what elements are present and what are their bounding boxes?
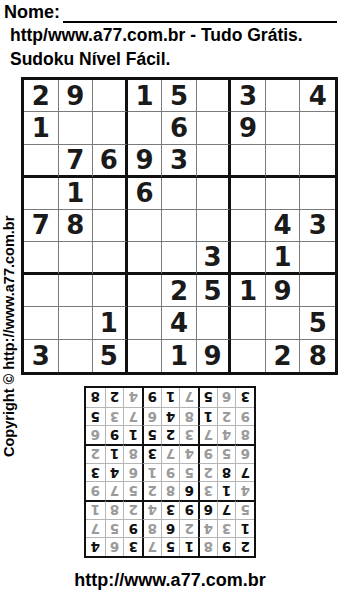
cell-r5c8[interactable]: 4 — [266, 210, 301, 242]
solution-cell-r4c1: 4 — [235, 481, 254, 500]
solution-cell-r3c4: 9 — [179, 500, 198, 519]
cell-r6c9[interactable] — [300, 242, 335, 275]
cell-r1c6[interactable] — [197, 80, 232, 112]
cell-r5c9[interactable]: 3 — [300, 210, 335, 242]
solution-cell-r5c3: 2 — [198, 463, 217, 482]
solution-cell-r6c2: 5 — [217, 444, 236, 463]
cell-r7c4[interactable] — [128, 275, 163, 307]
cell-r8c1[interactable] — [24, 307, 59, 339]
solution-cell-r7c5: 2 — [161, 425, 180, 444]
name-underline[interactable] — [63, 5, 337, 23]
cell-r5c3[interactable] — [93, 210, 128, 242]
cell-r7c3[interactable] — [93, 275, 128, 307]
solution-cell-r5c8: 4 — [105, 463, 124, 482]
cell-r3c6[interactable] — [197, 145, 232, 178]
solution-cell-r7c3: 7 — [198, 425, 217, 444]
solution-cell-r2c1: 1 — [235, 519, 254, 538]
cell-r5c7[interactable] — [231, 210, 266, 242]
solution-cell-r1c6: 7 — [142, 537, 161, 556]
solution-cell-r6c1: 6 — [235, 444, 254, 463]
cell-r1c4[interactable]: 1 — [128, 80, 163, 112]
cell-r1c2[interactable]: 9 — [59, 80, 94, 112]
cell-r1c7[interactable]: 3 — [231, 80, 266, 112]
cell-r7c7[interactable]: 1 — [231, 275, 266, 307]
solution-cell-r3c7: 2 — [123, 500, 142, 519]
cell-r9c7[interactable] — [231, 340, 266, 372]
solution-cell-r4c8: 7 — [105, 481, 124, 500]
cell-r4c3[interactable] — [93, 178, 128, 210]
solution-cell-r2c9: 7 — [86, 519, 105, 538]
cell-r8c9[interactable]: 5 — [300, 307, 335, 339]
site-header: http/www.a77.com.br - Tudo Grátis. — [10, 25, 303, 46]
cell-r4c5[interactable] — [162, 178, 197, 210]
cell-r5c1[interactable]: 7 — [24, 210, 59, 242]
sudoku-board: 2915341697693167843312519145351928 — [21, 77, 338, 375]
cell-r4c7[interactable] — [231, 178, 266, 210]
solution-cell-r8c2: 2 — [217, 407, 236, 426]
cell-r5c4[interactable] — [128, 210, 163, 242]
cell-r2c2[interactable] — [59, 112, 94, 144]
cell-r2c9[interactable] — [300, 112, 335, 144]
solution-cell-r3c6: 4 — [142, 500, 161, 519]
solution-cell-r2c6: 8 — [142, 519, 161, 538]
solution-cell-r2c8: 5 — [105, 519, 124, 538]
cell-r3c9[interactable] — [300, 145, 335, 178]
footer-url[interactable]: http://www.a77.com.br — [0, 570, 340, 591]
cell-r6c8[interactable]: 1 — [266, 242, 301, 275]
cell-r8c2[interactable] — [59, 307, 94, 339]
solution-cell-r8c7: 7 — [123, 407, 142, 426]
solution-cell-r7c6: 5 — [142, 425, 161, 444]
cell-r6c2[interactable] — [59, 242, 94, 275]
cell-r2c4[interactable] — [128, 112, 163, 144]
solution-board-wrap: 2981573641342689575769342814136825797825… — [84, 386, 256, 558]
solution-cell-r8c3: 1 — [198, 407, 217, 426]
cell-r6c3[interactable] — [93, 242, 128, 275]
cell-r6c7[interactable] — [231, 242, 266, 275]
cell-r9c3[interactable]: 5 — [93, 340, 128, 372]
solution-cell-r8c5: 4 — [161, 407, 180, 426]
solution-cell-r8c8: 3 — [105, 407, 124, 426]
cell-r9c2[interactable] — [59, 340, 94, 372]
solution-cell-r4c7: 5 — [123, 481, 142, 500]
cell-r7c6[interactable]: 5 — [197, 275, 232, 307]
cell-r7c8[interactable]: 9 — [266, 275, 301, 307]
cell-r9c8[interactable]: 2 — [266, 340, 301, 372]
solution-cell-r5c9: 3 — [86, 463, 105, 482]
solution-cell-r3c5: 3 — [161, 500, 180, 519]
solution-cell-r5c2: 8 — [217, 463, 236, 482]
cell-r8c3[interactable]: 1 — [93, 307, 128, 339]
cell-r2c8[interactable] — [266, 112, 301, 144]
cell-r8c6[interactable] — [197, 307, 232, 339]
solution-cell-r6c3: 9 — [198, 444, 217, 463]
solution-cell-r1c3: 8 — [198, 537, 217, 556]
cell-r9c4[interactable] — [128, 340, 163, 372]
cell-r3c8[interactable] — [266, 145, 301, 178]
cell-r9c5[interactable]: 1 — [162, 340, 197, 372]
solution-cell-r9c9: 8 — [86, 388, 105, 407]
solution-cell-r7c1: 8 — [235, 425, 254, 444]
cell-r5c6[interactable] — [197, 210, 232, 242]
sudoku-page: Nome: http/www.a77.com.br - Tudo Grátis.… — [0, 0, 340, 596]
solution-cell-r6c4: 4 — [179, 444, 198, 463]
solution-cell-r5c4: 5 — [179, 463, 198, 482]
solution-cell-r2c4: 2 — [179, 519, 198, 538]
solution-cell-r7c7: 1 — [123, 425, 142, 444]
solution-cell-r8c1: 9 — [235, 407, 254, 426]
cell-r3c2[interactable]: 7 — [59, 145, 94, 178]
solution-cell-r2c2: 3 — [217, 519, 236, 538]
cell-r3c5[interactable]: 3 — [162, 145, 197, 178]
solution-cell-r4c6: 2 — [142, 481, 161, 500]
solution-cell-r1c9: 4 — [86, 537, 105, 556]
solution-cell-r1c1: 2 — [235, 537, 254, 556]
cell-r3c3[interactable]: 6 — [93, 145, 128, 178]
solution-cell-r3c2: 7 — [217, 500, 236, 519]
solution-cell-r1c2: 9 — [217, 537, 236, 556]
cell-r6c6[interactable]: 3 — [197, 242, 232, 275]
solution-cell-r1c5: 5 — [161, 537, 180, 556]
name-label: Nome: — [4, 2, 60, 23]
solution-cell-r9c5: 1 — [161, 388, 180, 407]
solution-cell-r1c7: 3 — [123, 537, 142, 556]
solution-cell-r1c4: 1 — [179, 537, 198, 556]
cell-r1c1[interactable]: 2 — [24, 80, 59, 112]
solution-cell-r5c7: 6 — [123, 463, 142, 482]
solution-cell-r9c8: 2 — [105, 388, 124, 407]
cell-r9c1[interactable]: 3 — [24, 340, 59, 372]
cell-r9c9[interactable]: 8 — [300, 340, 335, 372]
name-row: Nome: — [4, 2, 337, 23]
solution-cell-r2c5: 6 — [161, 519, 180, 538]
cell-r3c4[interactable]: 9 — [128, 145, 163, 178]
solution-cell-r6c8: 1 — [105, 444, 124, 463]
solution-cell-r9c6: 9 — [142, 388, 161, 407]
solution-board-rotated: 2981573641342689575769342814136825797825… — [84, 386, 256, 558]
solution-cell-r5c6: 1 — [142, 463, 161, 482]
cell-r8c8[interactable] — [266, 307, 301, 339]
solution-cell-r7c2: 4 — [217, 425, 236, 444]
cell-r2c3[interactable] — [93, 112, 128, 144]
cell-r9c6[interactable]: 9 — [197, 340, 232, 372]
solution-cell-r9c2: 6 — [217, 388, 236, 407]
solution-cell-r4c3: 3 — [198, 481, 217, 500]
solution-cell-r7c8: 9 — [105, 425, 124, 444]
cell-r1c8[interactable] — [266, 80, 301, 112]
solution-cell-r3c3: 6 — [198, 500, 217, 519]
cell-r1c9[interactable]: 4 — [300, 80, 335, 112]
cell-r2c6[interactable] — [197, 112, 232, 144]
cell-r1c3[interactable] — [93, 80, 128, 112]
cell-r5c5[interactable] — [162, 210, 197, 242]
copyright-vertical: Copyright © http://www.a77.com.br — [1, 139, 17, 457]
solution-cell-r6c6: 3 — [142, 444, 161, 463]
solution-cell-r2c3: 4 — [198, 519, 217, 538]
cell-r3c1[interactable] — [24, 145, 59, 178]
solution-cell-r6c5: 7 — [161, 444, 180, 463]
solution-cell-r9c1: 3 — [235, 388, 254, 407]
solution-cell-r2c7: 9 — [123, 519, 142, 538]
solution-cell-r5c1: 7 — [235, 463, 254, 482]
cell-r6c1[interactable] — [24, 242, 59, 275]
cell-r7c2[interactable] — [59, 275, 94, 307]
solution-cell-r7c4: 3 — [179, 425, 198, 444]
cell-r8c7[interactable] — [231, 307, 266, 339]
solution-cell-r6c9: 2 — [86, 444, 105, 463]
cell-r7c1[interactable] — [24, 275, 59, 307]
cell-r7c9[interactable] — [300, 275, 335, 307]
cell-r4c1[interactable] — [24, 178, 59, 210]
solution-cell-r3c8: 8 — [105, 500, 124, 519]
cell-r8c4[interactable] — [128, 307, 163, 339]
solution-cell-r8c9: 5 — [86, 407, 105, 426]
puzzle-title: Sudoku Nível Fácil. — [10, 49, 170, 70]
solution-cell-r4c5: 8 — [161, 481, 180, 500]
cell-r8c5[interactable]: 4 — [162, 307, 197, 339]
solution-cell-r3c9: 1 — [86, 500, 105, 519]
solution-cell-r5c5: 9 — [161, 463, 180, 482]
cell-r6c5[interactable] — [162, 242, 197, 275]
solution-cell-r4c9: 9 — [86, 481, 105, 500]
solution-cell-r9c4: 7 — [179, 388, 198, 407]
cell-r5c2[interactable]: 8 — [59, 210, 94, 242]
solution-cell-r3c1: 5 — [235, 500, 254, 519]
cell-r1c5[interactable]: 5 — [162, 80, 197, 112]
cell-r4c4[interactable]: 6 — [128, 178, 163, 210]
cell-r2c1[interactable]: 1 — [24, 112, 59, 144]
cell-r2c7[interactable]: 9 — [231, 112, 266, 144]
cell-r4c2[interactable]: 1 — [59, 178, 94, 210]
cell-r4c9[interactable] — [300, 178, 335, 210]
solution-cell-r6c7: 8 — [123, 444, 142, 463]
solution-cell-r8c6: 6 — [142, 407, 161, 426]
cell-r2c5[interactable]: 6 — [162, 112, 197, 144]
solution-cell-r8c4: 8 — [179, 407, 198, 426]
cell-r6c4[interactable] — [128, 242, 163, 275]
solution-cell-r7c9: 6 — [86, 425, 105, 444]
cell-r4c8[interactable] — [266, 178, 301, 210]
cell-r7c5[interactable]: 2 — [162, 275, 197, 307]
solution-cell-r4c4: 6 — [179, 481, 198, 500]
solution-cell-r1c8: 6 — [105, 537, 124, 556]
solution-cell-r4c2: 1 — [217, 481, 236, 500]
cell-r4c6[interactable] — [197, 178, 232, 210]
solution-cell-r9c7: 4 — [123, 388, 142, 407]
solution-cell-r9c3: 5 — [198, 388, 217, 407]
cell-r3c7[interactable] — [231, 145, 266, 178]
